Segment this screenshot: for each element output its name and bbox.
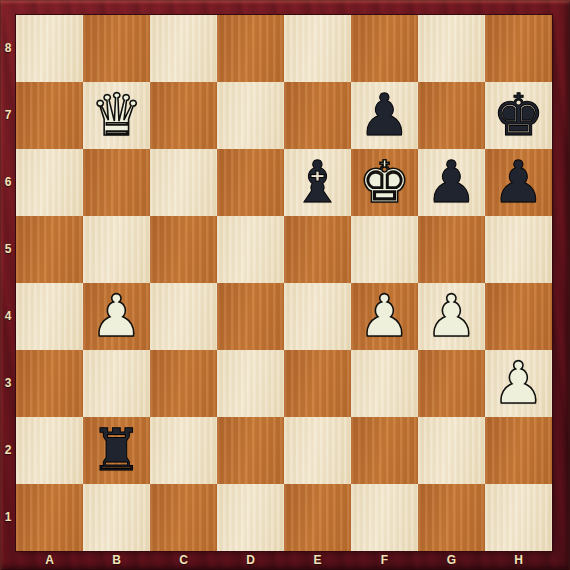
square-h5[interactable] xyxy=(485,216,552,283)
rank-label-6: 6 xyxy=(0,149,16,216)
white-pawn[interactable]: ♟ xyxy=(91,283,143,350)
square-h8[interactable] xyxy=(485,15,552,82)
file-label-d: D xyxy=(217,550,284,570)
square-f6[interactable]: ♚ xyxy=(351,149,418,216)
square-b7[interactable]: ♛ xyxy=(83,82,150,149)
square-g7[interactable] xyxy=(418,82,485,149)
file-label-h: H xyxy=(485,550,552,570)
square-f3[interactable] xyxy=(351,350,418,417)
file-label-f: F xyxy=(351,550,418,570)
white-king[interactable]: ♚ xyxy=(359,149,411,216)
black-pawn[interactable]: ♟ xyxy=(493,149,545,216)
white-queen[interactable]: ♛ xyxy=(91,82,143,149)
square-e5[interactable] xyxy=(284,216,351,283)
square-a4[interactable] xyxy=(16,283,83,350)
square-h6[interactable]: ♟ xyxy=(485,149,552,216)
square-b4[interactable]: ♟ xyxy=(83,283,150,350)
square-d4[interactable] xyxy=(217,283,284,350)
square-g1[interactable] xyxy=(418,484,485,551)
square-c5[interactable] xyxy=(150,216,217,283)
square-g5[interactable] xyxy=(418,216,485,283)
square-h1[interactable] xyxy=(485,484,552,551)
square-e7[interactable] xyxy=(284,82,351,149)
square-b3[interactable] xyxy=(83,350,150,417)
rank-label-7: 7 xyxy=(0,82,16,149)
square-h3[interactable]: ♟ xyxy=(485,350,552,417)
square-c6[interactable] xyxy=(150,149,217,216)
file-label-g: G xyxy=(418,550,485,570)
square-g3[interactable] xyxy=(418,350,485,417)
chess-app: 87654321 ♛♟♚♝♚♟♟♟♟♟♟♜ ABCDEFGH xyxy=(0,0,570,570)
square-a8[interactable] xyxy=(16,15,83,82)
black-bishop[interactable]: ♝ xyxy=(292,149,344,216)
file-label-b: B xyxy=(83,550,150,570)
square-e8[interactable] xyxy=(284,15,351,82)
square-c1[interactable] xyxy=(150,484,217,551)
white-pawn[interactable]: ♟ xyxy=(493,350,545,417)
square-a2[interactable] xyxy=(16,417,83,484)
rank-label-4: 4 xyxy=(0,283,16,350)
square-e4[interactable] xyxy=(284,283,351,350)
square-c4[interactable] xyxy=(150,283,217,350)
white-pawn[interactable]: ♟ xyxy=(426,283,478,350)
white-pawn[interactable]: ♟ xyxy=(359,283,411,350)
rank-label-3: 3 xyxy=(0,350,16,417)
rank-label-2: 2 xyxy=(0,417,16,484)
board-grid: ♛♟♚♝♚♟♟♟♟♟♟♜ xyxy=(16,15,552,551)
file-label-a: A xyxy=(16,550,83,570)
square-e6[interactable]: ♝ xyxy=(284,149,351,216)
square-g2[interactable] xyxy=(418,417,485,484)
square-d3[interactable] xyxy=(217,350,284,417)
square-c7[interactable] xyxy=(150,82,217,149)
rank-label-8: 8 xyxy=(0,15,16,82)
square-c8[interactable] xyxy=(150,15,217,82)
rank-label-1: 1 xyxy=(0,484,16,551)
square-a5[interactable] xyxy=(16,216,83,283)
square-a7[interactable] xyxy=(16,82,83,149)
black-rook[interactable]: ♜ xyxy=(91,417,143,484)
square-c2[interactable] xyxy=(150,417,217,484)
black-king[interactable]: ♚ xyxy=(493,82,545,149)
square-d8[interactable] xyxy=(217,15,284,82)
square-g8[interactable] xyxy=(418,15,485,82)
square-a6[interactable] xyxy=(16,149,83,216)
square-f1[interactable] xyxy=(351,484,418,551)
square-g6[interactable]: ♟ xyxy=(418,149,485,216)
rank-label-5: 5 xyxy=(0,216,16,283)
square-f7[interactable]: ♟ xyxy=(351,82,418,149)
square-f2[interactable] xyxy=(351,417,418,484)
square-c3[interactable] xyxy=(150,350,217,417)
square-f8[interactable] xyxy=(351,15,418,82)
square-f5[interactable] xyxy=(351,216,418,283)
square-e2[interactable] xyxy=(284,417,351,484)
black-pawn[interactable]: ♟ xyxy=(426,149,478,216)
square-d2[interactable] xyxy=(217,417,284,484)
square-a3[interactable] xyxy=(16,350,83,417)
square-d6[interactable] xyxy=(217,149,284,216)
square-h2[interactable] xyxy=(485,417,552,484)
square-g4[interactable]: ♟ xyxy=(418,283,485,350)
square-f4[interactable]: ♟ xyxy=(351,283,418,350)
file-label-c: C xyxy=(150,550,217,570)
square-b1[interactable] xyxy=(83,484,150,551)
square-b5[interactable] xyxy=(83,216,150,283)
square-h4[interactable] xyxy=(485,283,552,350)
square-d7[interactable] xyxy=(217,82,284,149)
square-e1[interactable] xyxy=(284,484,351,551)
square-b2[interactable]: ♜ xyxy=(83,417,150,484)
square-b8[interactable] xyxy=(83,15,150,82)
square-e3[interactable] xyxy=(284,350,351,417)
square-d5[interactable] xyxy=(217,216,284,283)
file-label-e: E xyxy=(284,550,351,570)
square-a1[interactable] xyxy=(16,484,83,551)
square-b6[interactable] xyxy=(83,149,150,216)
square-d1[interactable] xyxy=(217,484,284,551)
square-h7[interactable]: ♚ xyxy=(485,82,552,149)
black-pawn[interactable]: ♟ xyxy=(359,82,411,149)
